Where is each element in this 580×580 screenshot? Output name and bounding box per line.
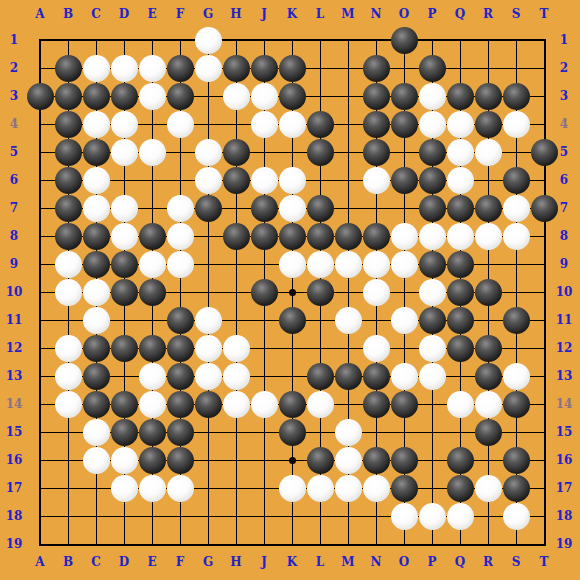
black-stone-Q9 (447, 251, 474, 278)
white-stone-D17 (111, 475, 138, 502)
black-stone-P5 (419, 139, 446, 166)
black-stone-Q17 (447, 475, 474, 502)
black-stone-P2 (419, 55, 446, 82)
white-stone-C10 (83, 279, 110, 306)
white-stone-Q8 (447, 223, 474, 250)
row-label-right-12: 12 (552, 341, 576, 355)
black-stone-N4 (363, 111, 390, 138)
row-label-left-6: 6 (2, 173, 26, 187)
black-stone-G14 (195, 391, 222, 418)
black-stone-N13 (363, 363, 390, 390)
black-stone-L13 (307, 363, 334, 390)
black-stone-J2 (251, 55, 278, 82)
white-stone-Q14 (447, 391, 474, 418)
col-label-bottom-G: G (196, 555, 220, 569)
row-label-right-2: 2 (552, 61, 576, 75)
col-label-top-K: K (280, 7, 304, 21)
black-stone-F12 (167, 335, 194, 362)
white-stone-L9 (307, 251, 334, 278)
black-stone-L7 (307, 195, 334, 222)
white-stone-Q4 (447, 111, 474, 138)
black-stone-P7 (419, 195, 446, 222)
black-stone-B4 (55, 111, 82, 138)
black-stone-C12 (83, 335, 110, 362)
white-stone-N17 (363, 475, 390, 502)
black-stone-J10 (251, 279, 278, 306)
col-label-bottom-O: O (392, 555, 416, 569)
black-stone-E15 (139, 419, 166, 446)
white-stone-N10 (363, 279, 390, 306)
black-stone-D3 (111, 83, 138, 110)
white-stone-E2 (139, 55, 166, 82)
row-label-left-17: 17 (2, 481, 26, 495)
white-stone-M9 (335, 251, 362, 278)
white-stone-Q6 (447, 167, 474, 194)
white-stone-K9 (279, 251, 306, 278)
black-stone-S3 (503, 83, 530, 110)
white-stone-E13 (139, 363, 166, 390)
white-stone-L17 (307, 475, 334, 502)
row-label-right-8: 8 (552, 229, 576, 243)
row-label-right-3: 3 (552, 89, 576, 103)
row-label-right-15: 15 (552, 425, 576, 439)
col-label-bottom-Q: Q (448, 555, 472, 569)
black-stone-R12 (475, 335, 502, 362)
black-stone-O17 (391, 475, 418, 502)
black-stone-Q3 (447, 83, 474, 110)
col-label-bottom-P: P (420, 555, 444, 569)
col-label-bottom-E: E (140, 555, 164, 569)
white-stone-F7 (167, 195, 194, 222)
row-label-left-9: 9 (2, 257, 26, 271)
row-label-left-18: 18 (2, 509, 26, 523)
white-stone-B14 (55, 391, 82, 418)
black-stone-F11 (167, 307, 194, 334)
white-stone-S13 (503, 363, 530, 390)
black-stone-Q12 (447, 335, 474, 362)
col-label-bottom-T: T (532, 555, 556, 569)
black-stone-Q7 (447, 195, 474, 222)
col-label-bottom-A: A (28, 555, 52, 569)
col-label-top-N: N (364, 7, 388, 21)
black-stone-N5 (363, 139, 390, 166)
black-stone-N16 (363, 447, 390, 474)
black-stone-K8 (279, 223, 306, 250)
white-stone-C2 (83, 55, 110, 82)
white-stone-Q5 (447, 139, 474, 166)
white-stone-F17 (167, 475, 194, 502)
white-stone-J3 (251, 83, 278, 110)
black-stone-E8 (139, 223, 166, 250)
white-stone-E14 (139, 391, 166, 418)
white-stone-K6 (279, 167, 306, 194)
white-stone-C6 (83, 167, 110, 194)
white-stone-D8 (111, 223, 138, 250)
white-stone-O18 (391, 503, 418, 530)
white-stone-S8 (503, 223, 530, 250)
black-stone-C5 (83, 139, 110, 166)
col-label-bottom-M: M (336, 555, 360, 569)
black-stone-D14 (111, 391, 138, 418)
black-stone-H8 (223, 223, 250, 250)
white-stone-C11 (83, 307, 110, 334)
black-stone-S14 (503, 391, 530, 418)
white-stone-K4 (279, 111, 306, 138)
black-stone-H5 (223, 139, 250, 166)
white-stone-H14 (223, 391, 250, 418)
black-stone-P11 (419, 307, 446, 334)
black-stone-R10 (475, 279, 502, 306)
black-stone-T7 (531, 195, 558, 222)
white-stone-J4 (251, 111, 278, 138)
black-stone-C9 (83, 251, 110, 278)
col-label-top-F: F (168, 7, 192, 21)
white-stone-C7 (83, 195, 110, 222)
black-stone-L10 (307, 279, 334, 306)
col-label-bottom-J: J (252, 555, 276, 569)
black-stone-B5 (55, 139, 82, 166)
black-stone-P9 (419, 251, 446, 278)
col-label-top-E: E (140, 7, 164, 21)
row-label-left-19: 19 (2, 537, 26, 551)
black-stone-F14 (167, 391, 194, 418)
white-stone-B12 (55, 335, 82, 362)
black-stone-K15 (279, 419, 306, 446)
black-stone-R7 (475, 195, 502, 222)
col-label-top-T: T (532, 7, 556, 21)
row-label-right-19: 19 (552, 537, 576, 551)
black-stone-A3 (27, 83, 54, 110)
col-label-bottom-B: B (56, 555, 80, 569)
white-stone-D5 (111, 139, 138, 166)
white-stone-F4 (167, 111, 194, 138)
black-stone-B6 (55, 167, 82, 194)
white-stone-H13 (223, 363, 250, 390)
white-stone-K17 (279, 475, 306, 502)
black-stone-R13 (475, 363, 502, 390)
col-label-bottom-K: K (280, 555, 304, 569)
white-stone-P13 (419, 363, 446, 390)
row-label-right-17: 17 (552, 481, 576, 495)
white-stone-S7 (503, 195, 530, 222)
black-stone-D9 (111, 251, 138, 278)
black-stone-N3 (363, 83, 390, 110)
row-label-left-11: 11 (2, 313, 26, 327)
black-stone-L8 (307, 223, 334, 250)
col-label-top-M: M (336, 7, 360, 21)
black-stone-F15 (167, 419, 194, 446)
black-stone-O3 (391, 83, 418, 110)
black-stone-J7 (251, 195, 278, 222)
white-stone-E17 (139, 475, 166, 502)
col-label-bottom-R: R (476, 555, 500, 569)
white-stone-P10 (419, 279, 446, 306)
white-stone-P18 (419, 503, 446, 530)
black-stone-O14 (391, 391, 418, 418)
col-label-top-O: O (392, 7, 416, 21)
white-stone-M16 (335, 447, 362, 474)
black-stone-S6 (503, 167, 530, 194)
row-label-right-16: 16 (552, 453, 576, 467)
black-stone-T5 (531, 139, 558, 166)
white-stone-D4 (111, 111, 138, 138)
black-stone-L16 (307, 447, 334, 474)
col-label-top-J: J (252, 7, 276, 21)
white-stone-C16 (83, 447, 110, 474)
row-label-left-4: 4 (2, 117, 26, 131)
black-stone-K3 (279, 83, 306, 110)
black-stone-H2 (223, 55, 250, 82)
col-label-top-B: B (56, 7, 80, 21)
white-stone-D16 (111, 447, 138, 474)
row-label-right-6: 6 (552, 173, 576, 187)
row-label-left-12: 12 (2, 341, 26, 355)
row-label-right-18: 18 (552, 509, 576, 523)
white-stone-M17 (335, 475, 362, 502)
go-app-window: AABBCCDDEEFFGGHHJJKKLLMMNNOOPPQQRRSSTT11… (0, 0, 580, 580)
white-stone-E5 (139, 139, 166, 166)
row-label-right-14: 14 (552, 397, 576, 411)
row-label-left-8: 8 (2, 229, 26, 243)
black-stone-F13 (167, 363, 194, 390)
row-label-left-14: 14 (2, 397, 26, 411)
black-stone-R15 (475, 419, 502, 446)
black-stone-F2 (167, 55, 194, 82)
white-stone-D7 (111, 195, 138, 222)
black-stone-S16 (503, 447, 530, 474)
black-stone-B3 (55, 83, 82, 110)
row-label-left-10: 10 (2, 285, 26, 299)
star-point-K16 (289, 457, 296, 464)
col-label-bottom-C: C (84, 555, 108, 569)
row-label-left-7: 7 (2, 201, 26, 215)
black-stone-M8 (335, 223, 362, 250)
white-stone-N6 (363, 167, 390, 194)
white-stone-M11 (335, 307, 362, 334)
white-stone-O13 (391, 363, 418, 390)
white-stone-E3 (139, 83, 166, 110)
black-stone-F16 (167, 447, 194, 474)
black-stone-K11 (279, 307, 306, 334)
black-stone-S11 (503, 307, 530, 334)
black-stone-D12 (111, 335, 138, 362)
col-label-bottom-H: H (224, 555, 248, 569)
black-stone-E10 (139, 279, 166, 306)
white-stone-P12 (419, 335, 446, 362)
row-label-left-3: 3 (2, 89, 26, 103)
white-stone-E9 (139, 251, 166, 278)
black-stone-E16 (139, 447, 166, 474)
black-stone-B2 (55, 55, 82, 82)
white-stone-N9 (363, 251, 390, 278)
white-stone-G6 (195, 167, 222, 194)
black-stone-K14 (279, 391, 306, 418)
col-label-top-L: L (308, 7, 332, 21)
white-stone-F9 (167, 251, 194, 278)
row-label-right-13: 13 (552, 369, 576, 383)
black-stone-D10 (111, 279, 138, 306)
row-label-right-1: 1 (552, 33, 576, 47)
white-stone-S18 (503, 503, 530, 530)
white-stone-O9 (391, 251, 418, 278)
white-stone-G1 (195, 27, 222, 54)
white-stone-M15 (335, 419, 362, 446)
white-stone-R5 (475, 139, 502, 166)
black-stone-D15 (111, 419, 138, 446)
col-label-bottom-F: F (168, 555, 192, 569)
star-point-K10 (289, 289, 296, 296)
col-label-top-G: G (196, 7, 220, 21)
col-label-top-P: P (420, 7, 444, 21)
black-stone-Q11 (447, 307, 474, 334)
black-stone-H6 (223, 167, 250, 194)
row-label-right-4: 4 (552, 117, 576, 131)
col-label-bottom-D: D (112, 555, 136, 569)
col-label-bottom-N: N (364, 555, 388, 569)
col-label-top-C: C (84, 7, 108, 21)
row-label-right-11: 11 (552, 313, 576, 327)
row-label-left-16: 16 (2, 453, 26, 467)
white-stone-B10 (55, 279, 82, 306)
white-stone-R8 (475, 223, 502, 250)
white-stone-G13 (195, 363, 222, 390)
col-label-bottom-L: L (308, 555, 332, 569)
col-label-top-R: R (476, 7, 500, 21)
black-stone-C3 (83, 83, 110, 110)
white-stone-R14 (475, 391, 502, 418)
white-stone-O11 (391, 307, 418, 334)
black-stone-N8 (363, 223, 390, 250)
black-stone-F3 (167, 83, 194, 110)
white-stone-G5 (195, 139, 222, 166)
row-label-left-13: 13 (2, 369, 26, 383)
col-label-top-Q: Q (448, 7, 472, 21)
black-stone-C14 (83, 391, 110, 418)
row-label-left-5: 5 (2, 145, 26, 159)
white-stone-C15 (83, 419, 110, 446)
black-stone-N2 (363, 55, 390, 82)
black-stone-R4 (475, 111, 502, 138)
white-stone-L14 (307, 391, 334, 418)
white-stone-P4 (419, 111, 446, 138)
white-stone-S4 (503, 111, 530, 138)
black-stone-G7 (195, 195, 222, 222)
black-stone-O4 (391, 111, 418, 138)
black-stone-R3 (475, 83, 502, 110)
black-stone-B8 (55, 223, 82, 250)
white-stone-P8 (419, 223, 446, 250)
col-label-bottom-S: S (504, 555, 528, 569)
white-stone-R17 (475, 475, 502, 502)
row-label-left-15: 15 (2, 425, 26, 439)
black-stone-P6 (419, 167, 446, 194)
col-label-top-H: H (224, 7, 248, 21)
black-stone-E12 (139, 335, 166, 362)
row-label-right-10: 10 (552, 285, 576, 299)
white-stone-N12 (363, 335, 390, 362)
black-stone-K2 (279, 55, 306, 82)
row-label-left-1: 1 (2, 33, 26, 47)
row-label-left-2: 2 (2, 61, 26, 75)
black-stone-Q10 (447, 279, 474, 306)
black-stone-O16 (391, 447, 418, 474)
black-stone-S17 (503, 475, 530, 502)
white-stone-B13 (55, 363, 82, 390)
white-stone-H12 (223, 335, 250, 362)
white-stone-G2 (195, 55, 222, 82)
white-stone-C4 (83, 111, 110, 138)
white-stone-F8 (167, 223, 194, 250)
white-stone-H3 (223, 83, 250, 110)
white-stone-J14 (251, 391, 278, 418)
white-stone-O8 (391, 223, 418, 250)
black-stone-L4 (307, 111, 334, 138)
black-stone-O1 (391, 27, 418, 54)
black-stone-C13 (83, 363, 110, 390)
black-stone-Q16 (447, 447, 474, 474)
black-stone-J8 (251, 223, 278, 250)
row-label-right-9: 9 (552, 257, 576, 271)
col-label-top-D: D (112, 7, 136, 21)
white-stone-G11 (195, 307, 222, 334)
black-stone-M13 (335, 363, 362, 390)
black-stone-O6 (391, 167, 418, 194)
white-stone-B9 (55, 251, 82, 278)
col-label-top-S: S (504, 7, 528, 21)
black-stone-C8 (83, 223, 110, 250)
black-stone-L5 (307, 139, 334, 166)
black-stone-N14 (363, 391, 390, 418)
white-stone-D2 (111, 55, 138, 82)
white-stone-P3 (419, 83, 446, 110)
white-stone-Q18 (447, 503, 474, 530)
col-label-top-A: A (28, 7, 52, 21)
white-stone-K7 (279, 195, 306, 222)
black-stone-B7 (55, 195, 82, 222)
white-stone-J6 (251, 167, 278, 194)
white-stone-G12 (195, 335, 222, 362)
